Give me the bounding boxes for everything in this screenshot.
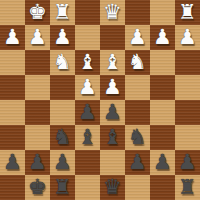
square-h7[interactable]: ♟ — [0, 150, 25, 175]
square-d8[interactable]: ♛ — [100, 175, 125, 200]
square-d2[interactable] — [100, 25, 125, 50]
piece-white-pawn[interactable]: ♟ — [103, 75, 122, 100]
square-g5[interactable] — [25, 100, 50, 125]
square-c2[interactable]: ♟ — [125, 25, 150, 50]
square-b1[interactable] — [150, 0, 175, 25]
piece-white-pawn[interactable]: ♟ — [128, 25, 147, 50]
piece-white-pawn[interactable]: ♟ — [78, 75, 97, 100]
piece-black-queen[interactable]: ♛ — [103, 175, 122, 200]
square-g8[interactable]: ♚ — [25, 175, 50, 200]
square-b2[interactable]: ♟ — [150, 25, 175, 50]
piece-white-rook[interactable]: ♜ — [53, 0, 72, 25]
piece-white-knight[interactable]: ♞ — [128, 50, 147, 75]
square-h4[interactable] — [0, 75, 25, 100]
piece-black-pawn[interactable]: ♟ — [3, 150, 22, 175]
square-a7[interactable]: ♟ — [175, 150, 200, 175]
piece-white-pawn[interactable]: ♟ — [3, 25, 22, 50]
square-e4[interactable]: ♟ — [75, 75, 100, 100]
square-d7[interactable] — [100, 150, 125, 175]
piece-black-knight[interactable]: ♞ — [128, 125, 147, 150]
square-c7[interactable]: ♟ — [125, 150, 150, 175]
square-b6[interactable] — [150, 125, 175, 150]
piece-black-knight[interactable]: ♞ — [53, 125, 72, 150]
square-c8[interactable] — [125, 175, 150, 200]
square-f1[interactable]: ♜ — [50, 0, 75, 25]
square-h1[interactable] — [0, 0, 25, 25]
square-a3[interactable] — [175, 50, 200, 75]
square-b8[interactable] — [150, 175, 175, 200]
piece-black-pawn[interactable]: ♟ — [53, 150, 72, 175]
piece-white-bishop[interactable]: ♝ — [78, 50, 97, 75]
piece-white-pawn[interactable]: ♟ — [28, 25, 47, 50]
square-b3[interactable] — [150, 50, 175, 75]
square-d3[interactable]: ♝ — [100, 50, 125, 75]
square-a1[interactable]: ♜ — [175, 0, 200, 25]
square-c4[interactable] — [125, 75, 150, 100]
piece-black-rook[interactable]: ♜ — [53, 175, 72, 200]
square-e2[interactable] — [75, 25, 100, 50]
square-f6[interactable]: ♞ — [50, 125, 75, 150]
square-f2[interactable]: ♟ — [50, 25, 75, 50]
piece-black-rook[interactable]: ♜ — [178, 175, 197, 200]
square-f3[interactable]: ♞ — [50, 50, 75, 75]
square-g6[interactable] — [25, 125, 50, 150]
square-e3[interactable]: ♝ — [75, 50, 100, 75]
square-b5[interactable] — [150, 100, 175, 125]
square-d1[interactable]: ♛ — [100, 0, 125, 25]
piece-white-pawn[interactable]: ♟ — [153, 25, 172, 50]
square-g7[interactable]: ♟ — [25, 150, 50, 175]
piece-black-king[interactable]: ♚ — [28, 175, 47, 200]
square-f5[interactable] — [50, 100, 75, 125]
piece-white-pawn[interactable]: ♟ — [53, 25, 72, 50]
piece-white-queen[interactable]: ♛ — [103, 0, 122, 25]
square-h6[interactable] — [0, 125, 25, 150]
piece-black-bishop[interactable]: ♝ — [78, 125, 97, 150]
piece-black-pawn[interactable]: ♟ — [103, 100, 122, 125]
square-e7[interactable] — [75, 150, 100, 175]
square-g3[interactable] — [25, 50, 50, 75]
piece-white-bishop[interactable]: ♝ — [103, 50, 122, 75]
square-c1[interactable] — [125, 0, 150, 25]
square-f4[interactable] — [50, 75, 75, 100]
piece-white-knight[interactable]: ♞ — [53, 50, 72, 75]
square-a8[interactable]: ♜ — [175, 175, 200, 200]
square-g4[interactable] — [25, 75, 50, 100]
square-h8[interactable] — [0, 175, 25, 200]
square-h5[interactable] — [0, 100, 25, 125]
piece-white-pawn[interactable]: ♟ — [178, 25, 197, 50]
square-a6[interactable] — [175, 125, 200, 150]
square-e8[interactable] — [75, 175, 100, 200]
chess-board: ♚♜♛♜♟♟♟♟♟♟♞♝♝♞♟♟♟♟♞♝♝♞♟♟♟♟♟♟♚♜♛♜ — [0, 0, 200, 200]
square-c6[interactable]: ♞ — [125, 125, 150, 150]
piece-black-bishop[interactable]: ♝ — [103, 125, 122, 150]
square-c3[interactable]: ♞ — [125, 50, 150, 75]
piece-black-pawn[interactable]: ♟ — [78, 100, 97, 125]
square-a5[interactable] — [175, 100, 200, 125]
square-e5[interactable]: ♟ — [75, 100, 100, 125]
piece-black-pawn[interactable]: ♟ — [153, 150, 172, 175]
piece-black-pawn[interactable]: ♟ — [178, 150, 197, 175]
piece-white-king[interactable]: ♚ — [28, 0, 47, 25]
square-g1[interactable]: ♚ — [25, 0, 50, 25]
piece-black-pawn[interactable]: ♟ — [28, 150, 47, 175]
square-b7[interactable]: ♟ — [150, 150, 175, 175]
piece-white-rook[interactable]: ♜ — [178, 0, 197, 25]
square-a2[interactable]: ♟ — [175, 25, 200, 50]
square-c5[interactable] — [125, 100, 150, 125]
square-d6[interactable]: ♝ — [100, 125, 125, 150]
square-e6[interactable]: ♝ — [75, 125, 100, 150]
square-d4[interactable]: ♟ — [100, 75, 125, 100]
square-b4[interactable] — [150, 75, 175, 100]
square-h2[interactable]: ♟ — [0, 25, 25, 50]
square-f7[interactable]: ♟ — [50, 150, 75, 175]
square-g2[interactable]: ♟ — [25, 25, 50, 50]
square-a4[interactable] — [175, 75, 200, 100]
square-f8[interactable]: ♜ — [50, 175, 75, 200]
square-e1[interactable] — [75, 0, 100, 25]
square-h3[interactable] — [0, 50, 25, 75]
square-d5[interactable]: ♟ — [100, 100, 125, 125]
piece-black-pawn[interactable]: ♟ — [128, 150, 147, 175]
